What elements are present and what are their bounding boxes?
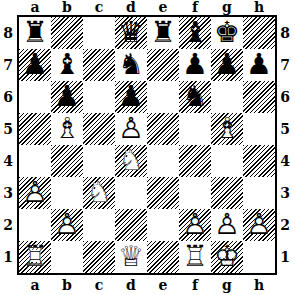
rank-right-label-3: 3 [276, 177, 294, 209]
rank-labels-left: 87654321 [0, 17, 16, 273]
rank-left-label-5: 5 [0, 113, 16, 145]
square-a2[interactable] [19, 209, 51, 241]
white-pawn: ♙ [243, 209, 275, 241]
rank-left-label-8: 8 [0, 17, 16, 49]
file-top-label-c: c [83, 0, 115, 15]
black-pawn: ♟ [243, 49, 275, 81]
square-g7[interactable]: ♟ [211, 49, 243, 81]
file-bottom-label-a: a [19, 276, 51, 294]
square-c7[interactable] [83, 49, 115, 81]
rank-left-label-3: 3 [0, 177, 16, 209]
square-a1[interactable]: ♜♖ [19, 241, 51, 273]
square-f3[interactable] [179, 177, 211, 209]
white-rook: ♖ [19, 241, 51, 273]
square-c5[interactable] [83, 113, 115, 145]
square-f4[interactable] [179, 145, 211, 177]
square-e8[interactable]: ♜ [147, 17, 179, 49]
square-e2[interactable] [147, 209, 179, 241]
black-pawn: ♟ [19, 49, 51, 81]
black-pawn: ♟ [115, 81, 147, 113]
square-g4[interactable] [211, 145, 243, 177]
square-g1[interactable]: ♚♔ [211, 241, 243, 273]
square-d1[interactable]: ♛♕ [115, 241, 147, 273]
file-bottom-label-f: f [179, 276, 211, 294]
black-knight: ♞ [179, 81, 211, 113]
square-c3[interactable]: ♞♘ [83, 177, 115, 209]
file-bottom-label-g: g [211, 276, 243, 294]
square-e3[interactable] [147, 177, 179, 209]
black-bishop: ♝ [51, 49, 83, 81]
file-bottom-label-h: h [243, 276, 275, 294]
black-rook: ♜ [19, 17, 51, 49]
square-c8[interactable] [83, 17, 115, 49]
rank-left-label-2: 2 [0, 209, 16, 241]
chess-diagram: abcdefgh 87654321 ♜♛♜♝♚♟♝♞♟♟♟♟♟♞♝♗♟♙♝♗♞♘… [0, 0, 295, 295]
rank-right-label-2: 2 [276, 209, 294, 241]
square-b2[interactable]: ♟♙ [51, 209, 83, 241]
square-f6[interactable]: ♞ [179, 81, 211, 113]
file-top-label-d: d [115, 0, 147, 15]
rank-left-label-7: 7 [0, 49, 16, 81]
square-e1[interactable] [147, 241, 179, 273]
square-f5[interactable] [179, 113, 211, 145]
square-d6[interactable]: ♟ [115, 81, 147, 113]
white-pawn: ♙ [115, 113, 147, 145]
square-h7[interactable]: ♟ [243, 49, 275, 81]
square-g8[interactable]: ♚ [211, 17, 243, 49]
rank-left-label-1: 1 [0, 241, 16, 273]
black-queen: ♛ [115, 17, 147, 49]
black-king: ♚ [211, 17, 243, 49]
white-bishop: ♗ [211, 113, 243, 145]
square-d5[interactable]: ♟♙ [115, 113, 147, 145]
chess-board: ♜♛♜♝♚♟♝♞♟♟♟♟♟♞♝♗♟♙♝♗♞♘♟♙♞♘♟♙♟♙♟♙♟♙♜♖♛♕♜♖… [17, 15, 277, 275]
white-knight: ♘ [115, 145, 147, 177]
square-c6[interactable] [83, 81, 115, 113]
square-g3[interactable] [211, 177, 243, 209]
square-b7[interactable]: ♝ [51, 49, 83, 81]
rank-left-label-4: 4 [0, 145, 16, 177]
white-pawn: ♙ [19, 177, 51, 209]
square-c2[interactable] [83, 209, 115, 241]
square-b8[interactable] [51, 17, 83, 49]
square-f7[interactable]: ♟ [179, 49, 211, 81]
rank-labels-right: 87654321 [276, 17, 294, 273]
rank-right-label-8: 8 [276, 17, 294, 49]
file-labels-top: abcdefgh [19, 0, 275, 14]
square-h5[interactable] [243, 113, 275, 145]
black-pawn: ♟ [51, 81, 83, 113]
white-pawn: ♙ [51, 209, 83, 241]
black-rook: ♜ [147, 17, 179, 49]
square-g5[interactable]: ♝♗ [211, 113, 243, 145]
square-h2[interactable]: ♟♙ [243, 209, 275, 241]
square-h6[interactable] [243, 81, 275, 113]
black-pawn: ♟ [179, 49, 211, 81]
rank-right-label-1: 1 [276, 241, 294, 273]
square-g6[interactable] [211, 81, 243, 113]
square-f8[interactable]: ♝ [179, 17, 211, 49]
rank-right-label-6: 6 [276, 81, 294, 113]
rank-right-label-7: 7 [276, 49, 294, 81]
square-h8[interactable] [243, 17, 275, 49]
white-knight: ♘ [83, 177, 115, 209]
black-bishop: ♝ [179, 17, 211, 49]
square-e7[interactable] [147, 49, 179, 81]
square-f2[interactable]: ♟♙ [179, 209, 211, 241]
white-king: ♔ [211, 241, 243, 273]
file-top-label-g: g [211, 0, 243, 15]
square-h3[interactable] [243, 177, 275, 209]
square-e4[interactable] [147, 145, 179, 177]
white-bishop: ♗ [51, 113, 83, 145]
file-top-label-f: f [179, 0, 211, 15]
square-h4[interactable] [243, 145, 275, 177]
file-top-label-e: e [147, 0, 179, 15]
square-e5[interactable] [147, 113, 179, 145]
square-d2[interactable] [115, 209, 147, 241]
square-g2[interactable]: ♟♙ [211, 209, 243, 241]
square-d7[interactable]: ♞ [115, 49, 147, 81]
square-b1[interactable] [51, 241, 83, 273]
square-b5[interactable]: ♝♗ [51, 113, 83, 145]
file-bottom-label-d: d [115, 276, 147, 294]
rank-right-label-5: 5 [276, 113, 294, 145]
white-queen: ♕ [115, 241, 147, 273]
square-a7[interactable]: ♟ [19, 49, 51, 81]
square-a4[interactable] [19, 145, 51, 177]
square-b3[interactable] [51, 177, 83, 209]
square-e6[interactable] [147, 81, 179, 113]
rank-right-label-4: 4 [276, 145, 294, 177]
file-bottom-label-c: c [83, 276, 115, 294]
file-top-label-h: h [243, 0, 275, 15]
file-bottom-label-b: b [51, 276, 83, 294]
file-top-label-a: a [19, 0, 51, 15]
square-b4[interactable] [51, 145, 83, 177]
square-f1[interactable]: ♜♖ [179, 241, 211, 273]
white-pawn: ♙ [211, 209, 243, 241]
square-a8[interactable]: ♜ [19, 17, 51, 49]
square-a5[interactable] [19, 113, 51, 145]
square-a3[interactable]: ♟♙ [19, 177, 51, 209]
black-pawn: ♟ [211, 49, 243, 81]
square-d4[interactable]: ♞♘ [115, 145, 147, 177]
square-c1[interactable] [83, 241, 115, 273]
square-d8[interactable]: ♛ [115, 17, 147, 49]
square-b6[interactable]: ♟ [51, 81, 83, 113]
square-c4[interactable] [83, 145, 115, 177]
square-a6[interactable] [19, 81, 51, 113]
white-pawn: ♙ [179, 209, 211, 241]
rank-left-label-6: 6 [0, 81, 16, 113]
file-bottom-label-e: e [147, 276, 179, 294]
square-h1[interactable] [243, 241, 275, 273]
file-labels-bottom: abcdefgh [19, 276, 275, 294]
black-knight: ♞ [115, 49, 147, 81]
white-rook: ♖ [179, 241, 211, 273]
file-top-label-b: b [51, 0, 83, 15]
square-d3[interactable] [115, 177, 147, 209]
